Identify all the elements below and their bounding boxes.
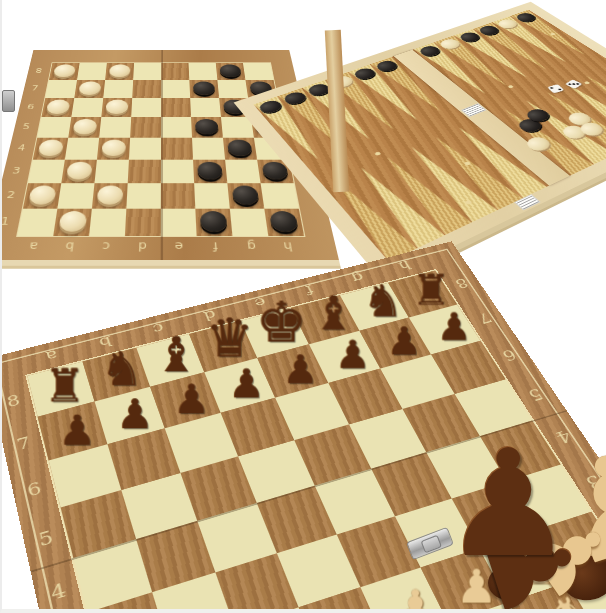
checkers-square-f1	[189, 63, 218, 80]
checkers-disc-light	[78, 82, 101, 95]
chess-piece-dark-b-c8: ♝	[155, 330, 198, 378]
checkers-square-b1	[77, 63, 107, 80]
checkers-square-d4	[130, 117, 161, 138]
chess-piece-light-p-d2: ♟	[331, 605, 374, 613]
checkers-square-b4	[68, 117, 101, 138]
chess-piece-dark-b-f8: ♝	[312, 290, 354, 337]
checkers-square-f3	[190, 98, 221, 117]
checkers-disc-dark	[219, 64, 241, 77]
checkers-square-e3	[161, 98, 191, 117]
loose-chess-pieces: ♟♟♟♟	[430, 418, 606, 613]
chess-piece-dark-p-a7: ♟	[59, 410, 96, 452]
checkers-square-a1	[49, 63, 80, 80]
chess-piece-dark-p-b7: ♟	[117, 394, 154, 435]
checkers-square-c3	[101, 98, 132, 117]
checkers-square-f2	[189, 80, 219, 98]
checkers-disc-dark	[197, 162, 223, 180]
die	[565, 79, 583, 89]
chess-piece-anchor: ♟	[305, 602, 385, 613]
checkers-rank-label: 8	[24, 67, 53, 74]
checkers-square-e1	[161, 63, 189, 80]
checkers-square-b2	[74, 80, 105, 98]
checkers-disc-dark	[227, 140, 253, 156]
checkers-square-f5	[192, 138, 225, 160]
loose-dark-pawn-standing: ♟	[442, 430, 575, 578]
checkers-square-g6	[225, 160, 260, 184]
backgammon-inlay-dot	[374, 151, 381, 156]
checkers-square-a6	[28, 160, 65, 184]
checkers-disc-light	[101, 140, 126, 156]
checkers-disc-light	[73, 119, 98, 134]
checkers-square-a2	[45, 80, 77, 98]
checkers-square-f4	[191, 117, 223, 138]
checkers-rank-label: 5	[10, 122, 42, 131]
chess-piece-dark-p-c7: ♟	[174, 379, 210, 420]
checkers-rank-label: 7	[20, 84, 50, 92]
checkers-square-e6	[161, 160, 194, 184]
checkers-square-b6	[61, 160, 97, 184]
checkers-disc-light	[53, 64, 76, 77]
checkers-square-c5	[97, 138, 130, 160]
checkers-disc-dark	[193, 82, 215, 95]
checkers-square-c4	[99, 117, 131, 138]
die	[547, 84, 564, 93]
chess-piece-dark-p-g7: ♟	[387, 322, 422, 361]
chess-rank-label-right: 5	[505, 379, 566, 410]
checkers-square-f6	[193, 160, 227, 184]
checkers-square-d2	[132, 80, 161, 98]
chess-piece-dark-r-a8: ♜	[45, 362, 86, 408]
chess-piece-anchor: ♟	[209, 368, 275, 411]
checkers-square-d3	[131, 98, 161, 117]
die-pip	[558, 88, 562, 90]
checkers-hinge	[2, 90, 15, 112]
backgammon-inlay-dot	[507, 85, 514, 89]
checkers-disc-light	[38, 140, 65, 156]
checkers-square-e2	[161, 80, 190, 98]
checkers-square-a4	[37, 117, 71, 138]
checkers-square-c1	[105, 63, 134, 80]
checkers-square-b3	[71, 98, 103, 117]
chess-square-d6	[221, 398, 295, 457]
checkers-disc-light	[66, 162, 93, 180]
checkers-disc-light	[109, 64, 131, 77]
checkers-disc-light	[46, 100, 71, 114]
checkers-disc-light	[105, 100, 128, 114]
chess-square-a5	[61, 490, 137, 558]
die-pip	[550, 87, 554, 89]
checkers-rank-label: 6	[15, 103, 46, 111]
chess-piece-dark-p-f7: ♟	[336, 336, 371, 375]
chess-piece-light-b-f1: ♝	[480, 609, 534, 613]
chess-piece-dark-n-g8: ♞	[363, 279, 403, 323]
checkers-square-d5	[129, 138, 161, 160]
checkers-square-g5	[223, 138, 257, 160]
backgammon-inlay-dot	[584, 81, 591, 85]
chess-square-c2: ♟	[235, 607, 322, 613]
checkers-square-a5	[33, 138, 68, 160]
chess-rank-label-right: 6	[480, 341, 539, 370]
product-photo-canvas: abcdefgh12345678 ♜♞♝♛♚♝♞♜♟♟♟♟♟♟♟♟♟♟♟♟♟♟♟…	[0, 0, 606, 613]
checkers-square-c2	[103, 80, 133, 98]
chess-piece-dark-n-b8: ♞	[100, 346, 142, 393]
checkers-disc-dark	[195, 119, 219, 134]
checkers-square-g1	[216, 63, 246, 80]
checkers-square-c6	[94, 160, 128, 184]
checkers-square-g2	[217, 80, 248, 98]
die-pip	[576, 83, 580, 85]
chess-piece-dark-p-d7: ♟	[229, 364, 265, 404]
chess-rank-label: 7	[0, 427, 55, 461]
checkers-square-d6	[128, 160, 161, 184]
checkers-rank-label: 3	[0, 165, 34, 175]
chess-piece-dark-p-e7: ♟	[283, 350, 318, 390]
checkers-square-b5	[65, 138, 99, 160]
checkers-square-e4	[161, 117, 192, 138]
checkers-square-e5	[161, 138, 193, 160]
chess-piece-anchor: ♟	[314, 341, 380, 382]
checkers-square-a3	[41, 98, 74, 117]
checkers-rank-label: 4	[5, 143, 39, 153]
checkers-square-d1	[133, 63, 161, 80]
